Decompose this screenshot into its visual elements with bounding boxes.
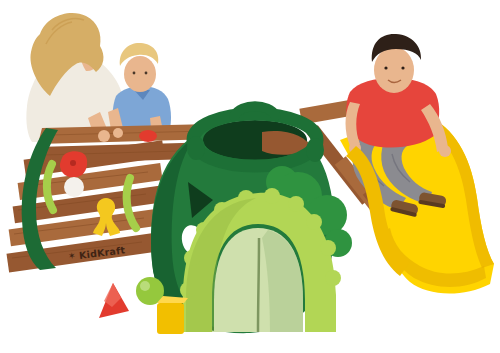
scallop <box>325 270 341 286</box>
door-curtain-slit <box>258 238 259 332</box>
scene-canvas: ✶ KidKraft <box>0 0 500 353</box>
ring-side-tab-right <box>306 138 324 162</box>
boy-eye-right <box>401 66 404 69</box>
cube-front <box>157 303 184 334</box>
red-hold-on-table <box>139 130 157 142</box>
toddler-eye-right <box>145 72 148 75</box>
boy-right-hand <box>439 145 451 157</box>
scallop <box>264 188 280 204</box>
scallop <box>306 214 322 230</box>
green-ball-highlight <box>140 281 150 291</box>
brand-logo-star-icon: ✶ <box>68 250 77 261</box>
scallop <box>320 240 336 256</box>
red-hold-bolt <box>70 160 76 166</box>
toddler-face <box>124 56 156 92</box>
scallop <box>288 196 304 212</box>
white-knob-hold <box>64 177 84 197</box>
product-photo: ✶ KidKraft <box>0 0 500 353</box>
boy-eye-left <box>384 66 387 69</box>
toddler-hand <box>113 128 123 138</box>
toddler-eye-left <box>133 72 136 75</box>
yellow-cube-block <box>157 296 188 334</box>
boy-face <box>374 47 414 93</box>
ring-side-tab-left <box>187 136 205 160</box>
woman-hand <box>98 130 110 142</box>
